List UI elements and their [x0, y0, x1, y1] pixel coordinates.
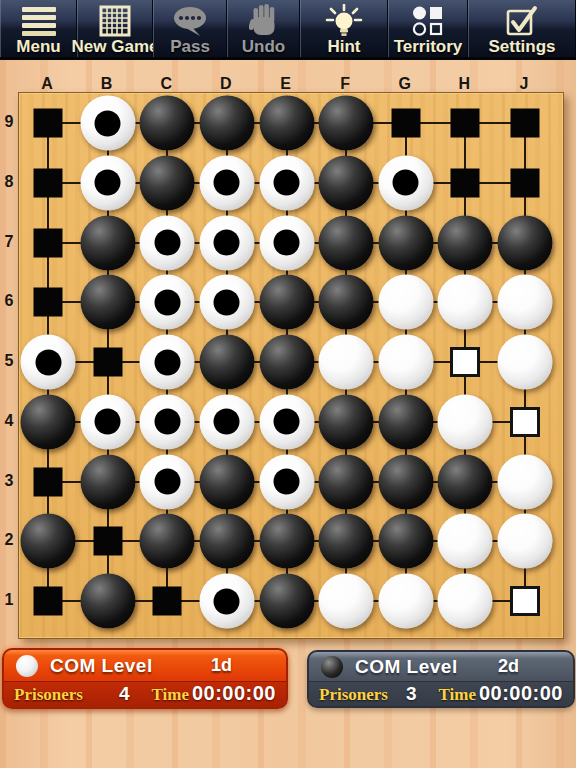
dead-stone-dot	[95, 409, 121, 435]
black-stone[interactable]	[438, 215, 493, 270]
white-stone[interactable]	[498, 335, 553, 390]
black-stone[interactable]	[199, 514, 254, 569]
new-game-button-label: New Game	[72, 38, 159, 55]
column-label-G: G	[399, 75, 411, 93]
dead-stone-dot	[214, 230, 240, 256]
dead-stone-dot	[154, 349, 180, 375]
white-stone[interactable]	[438, 275, 493, 330]
black-stone[interactable]	[21, 394, 76, 449]
dead-white-stone[interactable]	[80, 394, 135, 449]
dead-white-stone[interactable]	[199, 275, 254, 330]
black-stone[interactable]	[140, 96, 195, 151]
dead-white-stone[interactable]	[140, 275, 195, 330]
column-label-F: F	[340, 75, 350, 93]
dead-stone-dot	[154, 289, 180, 315]
black-prisoners-label: Prisoners	[319, 685, 388, 705]
white-stone[interactable]	[498, 275, 553, 330]
black-stone[interactable]	[80, 454, 135, 509]
dead-stone-dot	[274, 469, 300, 495]
black-territory-marker[interactable]	[34, 467, 63, 496]
black-territory-marker[interactable]	[511, 168, 540, 197]
black-stone[interactable]	[259, 574, 314, 629]
black-stone[interactable]	[319, 155, 374, 210]
white-stone[interactable]	[438, 394, 493, 449]
black-stone[interactable]	[319, 215, 374, 270]
black-stone[interactable]	[199, 335, 254, 390]
black-stone[interactable]	[378, 215, 433, 270]
white-player-panel: COM Level 1d Prisoners 4 Time 00:00:00	[2, 648, 288, 709]
checkbox-icon	[505, 3, 539, 38]
white-stone[interactable]	[498, 454, 553, 509]
hand-icon	[249, 3, 279, 38]
menu-icon	[21, 3, 57, 38]
dead-white-stone[interactable]	[199, 155, 254, 210]
dead-white-stone[interactable]	[259, 394, 314, 449]
dead-white-stone[interactable]	[259, 454, 314, 509]
toolbar: Menu New Game	[0, 0, 576, 60]
menu-button-label: Menu	[16, 38, 60, 55]
menu-button[interactable]: Menu	[0, 0, 77, 57]
row-label-3: 3	[5, 472, 14, 490]
black-stone[interactable]	[259, 514, 314, 569]
app-screen: Menu New Game	[0, 0, 576, 768]
black-territory-marker[interactable]	[93, 348, 122, 377]
row-label-8: 8	[5, 173, 14, 191]
dead-stone-dot	[154, 230, 180, 256]
black-territory-marker[interactable]	[34, 288, 63, 317]
dead-white-stone[interactable]	[140, 394, 195, 449]
dead-white-stone[interactable]	[140, 335, 195, 390]
white-territory-marker[interactable]	[450, 347, 480, 377]
white-time-label: Time	[151, 685, 188, 705]
black-territory-marker[interactable]	[511, 109, 540, 138]
row-label-1: 1	[5, 591, 14, 609]
white-com-label: COM Level	[50, 655, 153, 677]
white-territory-marker[interactable]	[510, 586, 540, 616]
black-territory-marker[interactable]	[34, 587, 63, 616]
dead-white-stone[interactable]	[199, 215, 254, 270]
column-label-E: E	[280, 75, 291, 93]
undo-button-label: Undo	[242, 38, 285, 55]
black-territory-marker[interactable]	[34, 228, 63, 257]
black-territory-marker[interactable]	[451, 168, 480, 197]
dead-stone-dot	[214, 409, 240, 435]
black-stone[interactable]	[199, 454, 254, 509]
dead-stone-dot	[274, 170, 300, 196]
dead-stone-dot	[154, 409, 180, 435]
black-player-panel: COM Level 2d Prisoners 3 Time 00:00:00	[307, 650, 575, 708]
black-stone-icon	[321, 656, 343, 678]
white-prisoners-label: Prisoners	[14, 685, 83, 705]
dead-stone-dot	[95, 110, 121, 136]
white-stone[interactable]	[319, 335, 374, 390]
territory-button[interactable]: Territory	[388, 0, 468, 57]
dead-white-stone[interactable]	[199, 394, 254, 449]
hint-button-label: Hint	[327, 38, 360, 55]
territory-button-label: Territory	[394, 38, 463, 55]
column-label-B: B	[101, 75, 113, 93]
white-stone[interactable]	[378, 275, 433, 330]
black-stone[interactable]	[319, 275, 374, 330]
pass-button[interactable]: Pass	[153, 0, 227, 57]
new-game-icon	[99, 3, 131, 38]
column-label-J: J	[520, 75, 529, 93]
dead-white-stone[interactable]	[259, 215, 314, 270]
dead-white-stone[interactable]	[140, 215, 195, 270]
column-label-A: A	[41, 75, 53, 93]
settings-button-label: Settings	[488, 38, 555, 55]
undo-button[interactable]: Undo	[227, 0, 300, 57]
white-stone[interactable]	[378, 335, 433, 390]
white-stone[interactable]	[498, 514, 553, 569]
dead-stone-dot	[95, 170, 121, 196]
black-territory-marker[interactable]	[34, 168, 63, 197]
lightbulb-icon	[325, 3, 363, 38]
black-stone[interactable]	[80, 215, 135, 270]
black-stone[interactable]	[140, 514, 195, 569]
dead-stone-dot	[274, 409, 300, 435]
black-time-value: 00:00:00	[479, 682, 563, 705]
black-stone[interactable]	[319, 394, 374, 449]
dead-white-stone[interactable]	[80, 96, 135, 151]
column-label-H: H	[459, 75, 471, 93]
dead-stone-dot	[35, 349, 61, 375]
black-level: 2d	[498, 656, 519, 677]
new-game-button[interactable]: New Game	[77, 0, 153, 57]
black-stone[interactable]	[438, 454, 493, 509]
dead-white-stone[interactable]	[378, 155, 433, 210]
black-territory-marker[interactable]	[153, 587, 182, 616]
dead-stone-dot	[393, 170, 419, 196]
dead-stone-dot	[214, 170, 240, 196]
territory-icon	[411, 3, 445, 38]
black-com-label: COM Level	[355, 656, 458, 678]
black-prisoners-count: 3	[406, 683, 417, 705]
black-stone[interactable]	[319, 96, 374, 151]
black-stone[interactable]	[378, 454, 433, 509]
black-stone[interactable]	[319, 454, 374, 509]
white-time-value: 00:00:00	[192, 682, 276, 705]
dead-white-stone[interactable]	[199, 574, 254, 629]
dead-stone-dot	[214, 289, 240, 315]
white-stone[interactable]	[378, 574, 433, 629]
white-stone[interactable]	[319, 574, 374, 629]
white-prisoners-count: 4	[119, 683, 130, 705]
black-stone[interactable]	[80, 574, 135, 629]
black-stone[interactable]	[378, 394, 433, 449]
black-stone[interactable]	[259, 335, 314, 390]
row-label-6: 6	[5, 292, 14, 310]
pass-button-label: Pass	[170, 38, 210, 55]
dead-white-stone[interactable]	[140, 454, 195, 509]
black-stone[interactable]	[259, 275, 314, 330]
black-time-label: Time	[438, 685, 475, 705]
settings-button[interactable]: Settings	[468, 0, 576, 57]
dead-white-stone[interactable]	[259, 155, 314, 210]
go-board[interactable]	[18, 92, 564, 639]
white-stone[interactable]	[438, 514, 493, 569]
black-stone[interactable]	[498, 215, 553, 270]
dead-white-stone[interactable]	[80, 155, 135, 210]
black-stone[interactable]	[319, 514, 374, 569]
speech-bubble-icon	[170, 3, 210, 38]
black-territory-marker[interactable]	[34, 109, 63, 138]
row-label-7: 7	[5, 233, 14, 251]
dead-white-stone[interactable]	[21, 335, 76, 390]
white-stone[interactable]	[438, 574, 493, 629]
row-label-5: 5	[5, 352, 14, 370]
white-stone-icon	[16, 655, 38, 677]
hint-button[interactable]: Hint	[300, 0, 388, 57]
white-level: 1d	[211, 655, 232, 676]
dead-stone-dot	[274, 230, 300, 256]
black-territory-marker[interactable]	[93, 527, 122, 556]
black-stone[interactable]	[378, 514, 433, 569]
dead-stone-dot	[154, 469, 180, 495]
black-territory-marker[interactable]	[451, 109, 480, 138]
column-label-D: D	[220, 75, 232, 93]
column-label-C: C	[160, 75, 172, 93]
row-label-2: 2	[5, 531, 14, 549]
dead-stone-dot	[214, 588, 240, 614]
row-label-9: 9	[5, 113, 14, 131]
black-stone[interactable]	[259, 96, 314, 151]
black-stone[interactable]	[21, 514, 76, 569]
black-stone[interactable]	[80, 275, 135, 330]
white-territory-marker[interactable]	[510, 407, 540, 437]
row-label-4: 4	[5, 412, 14, 430]
black-stone[interactable]	[140, 155, 195, 210]
black-territory-marker[interactable]	[391, 109, 420, 138]
black-stone[interactable]	[199, 96, 254, 151]
